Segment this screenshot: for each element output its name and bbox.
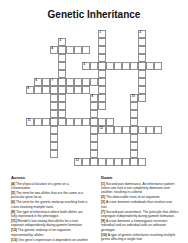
clue-number-label: 2 [140, 31, 142, 34]
crossword-blank [122, 46, 130, 54]
crossword-cell[interactable] [98, 54, 106, 62]
crossword-blank [130, 38, 138, 46]
crossword-blank [106, 70, 114, 78]
crossword-cell[interactable] [66, 46, 74, 54]
crossword-blank [58, 158, 66, 166]
crossword-blank [122, 150, 130, 158]
crossword-blank [82, 102, 90, 110]
crossword-blank [146, 118, 154, 126]
crossword-blank [130, 46, 138, 54]
crossword-blank [146, 78, 154, 86]
puzzle-title: Genetic Inheritance [0, 9, 188, 20]
crossword-cell[interactable] [58, 54, 66, 62]
crossword-cell[interactable]: 9 [90, 94, 98, 102]
crossword-cell[interactable] [90, 158, 98, 166]
crossword-cell[interactable] [130, 110, 138, 118]
crossword-blank [106, 110, 114, 118]
crossword-blank [50, 54, 58, 62]
crossword-cell[interactable] [98, 62, 106, 70]
crossword-cell[interactable] [130, 118, 138, 126]
crossword-blank [26, 150, 34, 158]
crossword-blank [146, 158, 154, 166]
crossword-cell[interactable] [138, 126, 146, 134]
crossword-blank [26, 94, 34, 102]
crossword-cell[interactable] [98, 38, 106, 46]
crossword-blank [98, 150, 106, 158]
down-clues-list: [1] Second part dominance. An inheritanc… [101, 182, 179, 242]
crossword-blank [146, 102, 154, 110]
crossword-cell[interactable] [90, 102, 98, 110]
crossword-cell[interactable]: 7 [50, 78, 58, 86]
crossword-cell[interactable] [138, 70, 146, 78]
crossword-blank [106, 86, 114, 94]
across-clues-list: [4] The physical location of a gene on a… [11, 182, 89, 243]
crossword-cell[interactable] [42, 118, 50, 126]
crossword-cell[interactable] [130, 134, 138, 142]
crossword-blank [26, 158, 34, 166]
crossword-cell[interactable] [58, 46, 66, 54]
across-header: Across [11, 175, 89, 180]
crossword-blank [130, 78, 138, 86]
crossword-blank [154, 150, 162, 158]
crossword-blank [26, 134, 34, 142]
crossword-blank [82, 94, 90, 102]
crossword-blank [66, 158, 74, 166]
crossword-blank [34, 150, 42, 158]
crossword-blank [98, 134, 106, 142]
crossword-cell[interactable] [66, 86, 74, 94]
crossword-blank [42, 30, 50, 38]
crossword-blank [66, 62, 74, 70]
crossword-cell[interactable] [34, 86, 42, 94]
crossword-blank [106, 134, 114, 142]
crossword-blank [50, 38, 58, 46]
clue-number-label: 3 [60, 39, 62, 42]
crossword-blank [146, 70, 154, 78]
crossword-blank [58, 134, 66, 142]
crossword-blank [146, 142, 154, 150]
crossword-blank [74, 70, 82, 78]
crossword-cell[interactable] [50, 102, 58, 110]
crossword-cell[interactable]: 10 [130, 94, 138, 102]
crossword-blank [74, 142, 82, 150]
crossword-blank [122, 70, 130, 78]
crossword-blank [58, 150, 66, 158]
crossword-blank [114, 54, 122, 62]
crossword-cell[interactable]: 3 [58, 38, 66, 46]
crossword-blank [74, 134, 82, 142]
crossword-cell[interactable] [98, 158, 106, 166]
crossword-blank [42, 110, 50, 118]
crossword-cell[interactable] [58, 118, 66, 126]
crossword-blank [42, 126, 50, 134]
crossword-blank [82, 150, 90, 158]
crossword-blank [82, 126, 90, 134]
crossword-cell[interactable] [82, 78, 90, 86]
crossword-blank [34, 134, 42, 142]
crossword-blank [114, 78, 122, 86]
crossword-blank [106, 38, 114, 46]
crossword-cell[interactable] [82, 118, 90, 126]
crossword-blank [122, 102, 130, 110]
crossword-cell[interactable] [82, 86, 90, 94]
crossword-cell[interactable] [74, 86, 82, 94]
crossword-cell[interactable] [66, 118, 74, 126]
crossword-blank [90, 46, 98, 54]
crossword-cell[interactable] [58, 102, 66, 110]
crossword-cell[interactable] [42, 78, 50, 86]
crossword-cell[interactable] [50, 134, 58, 142]
crossword-blank [90, 30, 98, 38]
crossword-cell[interactable] [58, 86, 66, 94]
crossword-blank [146, 110, 154, 118]
crossword-cell[interactable] [50, 142, 58, 150]
crossword-blank [66, 134, 74, 142]
crossword-blank [34, 70, 42, 78]
crossword-cell[interactable] [58, 62, 66, 70]
crossword-blank [74, 126, 82, 134]
crossword-cell[interactable] [130, 102, 138, 110]
crossword-blank [106, 30, 114, 38]
crossword-cell[interactable] [74, 118, 82, 126]
crossword-blank [146, 94, 154, 102]
crossword-blank [66, 94, 74, 102]
clue-number-label: 12 [100, 127, 103, 130]
crossword-blank [106, 102, 114, 110]
crossword-cell[interactable] [90, 62, 98, 70]
crossword-blank [34, 142, 42, 150]
down-clue-item: [7] Second part assortment. The principl… [101, 210, 179, 219]
across-clue-item: [6] The term for the genetic makeup resu… [11, 200, 89, 209]
crossword-cell[interactable]: 1 [98, 30, 106, 38]
crossword-cell[interactable] [50, 86, 58, 94]
crossword-cell[interactable] [98, 86, 106, 94]
across-clue-item: [13] One gene's expression is dependent … [11, 238, 89, 243]
crossword-blank [154, 102, 162, 110]
clue-number-label: 5 [84, 63, 86, 66]
clue-number-label: 4 [52, 47, 54, 50]
crossword-blank [34, 46, 42, 54]
crossword-blank [114, 102, 122, 110]
crossword-cell[interactable]: 13 [74, 158, 82, 166]
crossword-blank [26, 102, 34, 110]
crossword-blank [90, 38, 98, 46]
crossword-cell[interactable] [58, 78, 66, 86]
crossword-blank [154, 30, 162, 38]
crossword-blank [42, 46, 50, 54]
crossword-blank [114, 38, 122, 46]
crossword-blank [42, 102, 50, 110]
crossword-cell[interactable] [58, 110, 66, 118]
crossword-blank [114, 118, 122, 126]
crossword-cell[interactable] [130, 158, 138, 166]
crossword-cell[interactable] [138, 54, 146, 62]
crossword-blank [42, 38, 50, 46]
crossword-blank [66, 54, 74, 62]
crossword-cell[interactable] [66, 78, 74, 86]
crossword-cell[interactable] [138, 46, 146, 54]
crossword-blank [90, 54, 98, 62]
crossword-cell[interactable] [138, 62, 146, 70]
crossword-blank [114, 110, 122, 118]
crossword-cell[interactable] [50, 126, 58, 134]
crossword-cell[interactable] [138, 158, 146, 166]
crossword-cell[interactable] [122, 158, 130, 166]
crossword-blank [154, 118, 162, 126]
crossword-blank [154, 38, 162, 46]
crossword-blank [122, 86, 130, 94]
across-clues-column: Across [4] The physical location of a ge… [11, 175, 89, 243]
crossword-blank [66, 38, 74, 46]
crossword-blank [66, 142, 74, 150]
crossword-blank [26, 62, 34, 70]
crossword-blank [42, 70, 50, 78]
crossword-blank [74, 110, 82, 118]
crossword-blank [114, 46, 122, 54]
down-clue-item: [9] A cross between a homozygous recessi… [101, 219, 179, 232]
crossword-blank [106, 78, 114, 86]
crossword-blank [34, 62, 42, 70]
crossword-blank [82, 30, 90, 38]
crossword-cell[interactable] [74, 78, 82, 86]
crossword-cell[interactable] [122, 62, 130, 70]
crossword-cell[interactable] [58, 70, 66, 78]
crossword-blank [66, 110, 74, 118]
crossword-cell[interactable] [106, 158, 114, 166]
crossword-blank [26, 46, 34, 54]
down-clue-item: [1] Second part dominance. An inheritanc… [101, 182, 179, 195]
crossword-cell[interactable] [138, 78, 146, 86]
crossword-blank [146, 30, 154, 38]
crossword-cell[interactable] [138, 86, 146, 94]
crossword-blank [114, 150, 122, 158]
crossword-blank [122, 118, 130, 126]
crossword-blank [74, 94, 82, 102]
crossword-blank [106, 150, 114, 158]
crossword-cell[interactable] [90, 118, 98, 126]
crossword-blank [106, 142, 114, 150]
crossword-blank [122, 142, 130, 150]
crossword-cell[interactable] [114, 62, 122, 70]
crossword-cell[interactable] [130, 126, 138, 134]
crossword-blank [26, 110, 34, 118]
crossword-blank [34, 126, 42, 134]
crossword-blank [138, 118, 146, 126]
crossword-blank [122, 94, 130, 102]
crossword-cell[interactable]: 11 [26, 118, 34, 126]
crossword-blank [154, 158, 162, 166]
crossword-cell[interactable] [98, 118, 106, 126]
crossword-blank [154, 134, 162, 142]
crossword-cell[interactable]: 4 [50, 46, 58, 54]
clue-number-label: 6 [36, 79, 38, 82]
crossword-blank [82, 142, 90, 150]
crossword-blank [138, 102, 146, 110]
crossword-cell[interactable] [90, 78, 98, 86]
crossword-blank [114, 134, 122, 142]
crossword-blank [50, 158, 58, 166]
crossword-blank [114, 142, 122, 150]
crossword-cell[interactable]: 6 [34, 78, 42, 86]
down-clues-column: Down [1] Second part dominance. An inher… [101, 175, 179, 243]
crossword-blank [26, 126, 34, 134]
crossword-blank [154, 46, 162, 54]
crossword-cell[interactable] [74, 46, 82, 54]
crossword-cell[interactable] [146, 62, 154, 70]
crossword-blank [154, 86, 162, 94]
crossword-blank [50, 70, 58, 78]
crossword-cell[interactable] [98, 46, 106, 54]
crossword-blank [146, 54, 154, 62]
crossword-cell[interactable] [82, 158, 90, 166]
crossword-cell[interactable] [138, 94, 146, 102]
crossword-blank [154, 142, 162, 150]
crossword-cell[interactable] [130, 150, 138, 158]
crossword-blank [42, 150, 50, 158]
crossword-blank [42, 158, 50, 166]
down-header: Down [101, 175, 179, 180]
crossword-cell[interactable] [130, 62, 138, 70]
crossword-blank [154, 78, 162, 86]
clue-number-label: 13 [76, 159, 79, 162]
crossword-blank [34, 94, 42, 102]
crossword-blank [42, 94, 50, 102]
crossword-cell[interactable] [34, 118, 42, 126]
crossword-blank [34, 158, 42, 166]
crossword-blank [34, 110, 42, 118]
crossword-cell[interactable]: 5 [82, 62, 90, 70]
crossword-blank [90, 86, 98, 94]
crossword-blank [58, 126, 66, 134]
crossword-blank [42, 134, 50, 142]
crossword-grid: 12345678910111213 [26, 30, 162, 166]
across-clue-item: [11] Mendel's law stating that alleles f… [11, 219, 89, 228]
crossword-cell[interactable] [42, 86, 50, 94]
crossword-blank [146, 86, 154, 94]
crossword-blank [114, 94, 122, 102]
across-clue-item: [8] The type of inheritance where both a… [11, 210, 89, 219]
crossword-blank [122, 78, 130, 86]
crossword-cell[interactable] [122, 126, 130, 134]
crossword-blank [154, 94, 162, 102]
crossword-blank [106, 54, 114, 62]
crossword-blank [74, 54, 82, 62]
crossword-cell[interactable] [98, 94, 106, 102]
crossword-blank [114, 86, 122, 94]
crossword-blank [122, 134, 130, 142]
crossword-blank [130, 30, 138, 38]
crossword-blank [82, 134, 90, 142]
crossword-cell[interactable] [90, 134, 98, 142]
crossword-cell[interactable]: 12 [98, 126, 106, 134]
crossword-blank [146, 38, 154, 46]
clue-number-label: 8 [28, 87, 30, 90]
crossword-blank [82, 110, 90, 118]
crossword-cell[interactable] [138, 38, 146, 46]
crossword-blank [42, 54, 50, 62]
crossword-blank [58, 30, 66, 38]
crossword-cell[interactable] [106, 62, 114, 70]
crossword-cell[interactable] [50, 94, 58, 102]
crossword-blank [114, 70, 122, 78]
worksheet-page: Genetic Inheritance 12345678910111213 Ac… [0, 0, 188, 243]
crossword-blank [114, 30, 122, 38]
crossword-blank [130, 70, 138, 78]
crossword-blank [122, 54, 130, 62]
crossword-blank [138, 134, 146, 142]
crossword-cell[interactable] [50, 118, 58, 126]
clue-number-label: 1 [100, 31, 102, 34]
crossword-cell[interactable] [50, 150, 58, 158]
crossword-cell[interactable] [98, 102, 106, 110]
crossword-cell[interactable] [90, 142, 98, 150]
crossword-cell[interactable] [154, 62, 162, 70]
crossword-blank [34, 30, 42, 38]
crossword-blank [58, 142, 66, 150]
crossword-cell[interactable] [146, 126, 154, 134]
crossword-blank [106, 94, 114, 102]
down-clue-item: [2] The observable traits of an organism… [101, 195, 179, 199]
crossword-blank [66, 70, 74, 78]
crossword-blank [74, 62, 82, 70]
crossword-cell[interactable]: 2 [138, 30, 146, 38]
clue-number-label: 7 [52, 79, 54, 82]
crossword-blank [106, 46, 114, 54]
crossword-blank [90, 70, 98, 78]
crossword-blank [66, 102, 74, 110]
crossword-cell[interactable] [50, 110, 58, 118]
crossword-cell[interactable] [98, 78, 106, 86]
crossword-blank [42, 142, 50, 150]
crossword-blank [66, 30, 74, 38]
crossword-blank [82, 70, 90, 78]
crossword-blank [130, 86, 138, 94]
crossword-blank [34, 38, 42, 46]
crossword-blank [74, 102, 82, 110]
clue-number-label: 10 [132, 95, 135, 98]
crossword-blank [50, 30, 58, 38]
crossword-cell[interactable] [98, 70, 106, 78]
crossword-blank [154, 54, 162, 62]
crossword-blank [26, 78, 34, 86]
crossword-cell[interactable]: 8 [26, 86, 34, 94]
crossword-cell[interactable] [106, 118, 114, 126]
crossword-cell[interactable] [106, 126, 114, 134]
crossword-blank [122, 110, 130, 118]
crossword-blank [66, 126, 74, 134]
crossword-blank [146, 134, 154, 142]
crossword-cell[interactable] [114, 126, 122, 134]
crossword-cell[interactable] [90, 126, 98, 134]
crossword-blank [26, 30, 34, 38]
crossword-blank [98, 142, 106, 150]
crossword-blank [74, 30, 82, 38]
crossword-blank [82, 54, 90, 62]
crossword-cell[interactable] [58, 94, 66, 102]
crossword-cell[interactable] [90, 110, 98, 118]
crossword-cell[interactable] [82, 46, 90, 54]
crossword-blank [154, 110, 162, 118]
crossword-cell[interactable] [130, 142, 138, 150]
crossword-blank [26, 54, 34, 62]
crossword-blank [98, 110, 106, 118]
crossword-blank [138, 110, 146, 118]
crossword-cell[interactable] [154, 126, 162, 134]
crossword-blank [26, 142, 34, 150]
crossword-blank [42, 62, 50, 70]
crossword-cell[interactable] [114, 158, 122, 166]
crossword-cell[interactable] [90, 150, 98, 158]
